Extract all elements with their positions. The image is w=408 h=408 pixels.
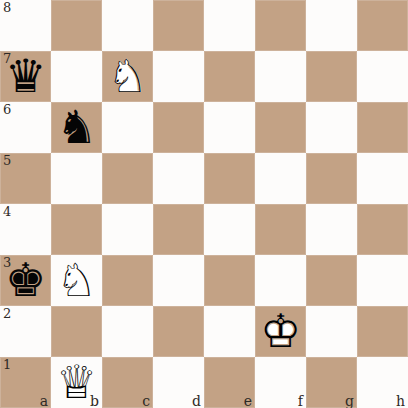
square-h3[interactable] — [357, 255, 408, 306]
black-knight-glyph: ♞ — [51, 102, 102, 153]
piece-black-king[interactable]: ♚ — [0, 255, 51, 306]
white-queen-glyph: ♕ — [51, 357, 102, 408]
square-g7[interactable] — [306, 51, 357, 102]
square-h2[interactable] — [357, 306, 408, 357]
square-e5[interactable] — [204, 153, 255, 204]
square-e8[interactable] — [204, 0, 255, 51]
square-a8[interactable]: 8 — [0, 0, 51, 51]
square-b3[interactable]: ♞♘ — [51, 255, 102, 306]
square-c6[interactable] — [102, 102, 153, 153]
square-f2[interactable]: ♚♔ — [255, 306, 306, 357]
square-f4[interactable] — [255, 204, 306, 255]
square-d7[interactable] — [153, 51, 204, 102]
piece-white-knight[interactable]: ♞♘ — [51, 255, 102, 306]
square-d3[interactable] — [153, 255, 204, 306]
white-knight-glyph: ♘ — [51, 255, 102, 306]
square-g5[interactable] — [306, 153, 357, 204]
square-a5[interactable]: 5 — [0, 153, 51, 204]
square-a6[interactable]: 6 — [0, 102, 51, 153]
piece-white-knight[interactable]: ♞♘ — [102, 51, 153, 102]
square-c4[interactable] — [102, 204, 153, 255]
square-h5[interactable] — [357, 153, 408, 204]
square-f1[interactable]: f — [255, 357, 306, 408]
rank-label-5: 5 — [3, 154, 11, 168]
square-d5[interactable] — [153, 153, 204, 204]
rank-label-2: 2 — [3, 307, 11, 321]
square-b4[interactable] — [51, 204, 102, 255]
file-label-h: h — [396, 394, 405, 408]
square-a1[interactable]: 1a — [0, 357, 51, 408]
square-g3[interactable] — [306, 255, 357, 306]
square-g4[interactable] — [306, 204, 357, 255]
square-d6[interactable] — [153, 102, 204, 153]
file-label-a: a — [40, 394, 48, 408]
square-e7[interactable] — [204, 51, 255, 102]
rank-label-8: 8 — [3, 1, 11, 15]
white-king-glyph: ♔ — [255, 306, 306, 357]
square-b8[interactable] — [51, 0, 102, 51]
piece-white-king[interactable]: ♚♔ — [255, 306, 306, 357]
square-b2[interactable] — [51, 306, 102, 357]
square-c5[interactable] — [102, 153, 153, 204]
square-h7[interactable] — [357, 51, 408, 102]
square-h4[interactable] — [357, 204, 408, 255]
square-a7[interactable]: 7♛ — [0, 51, 51, 102]
square-d8[interactable] — [153, 0, 204, 51]
square-d2[interactable] — [153, 306, 204, 357]
square-h1[interactable]: h — [357, 357, 408, 408]
file-label-g: g — [345, 394, 354, 408]
piece-black-queen[interactable]: ♛ — [0, 51, 51, 102]
square-b5[interactable] — [51, 153, 102, 204]
square-a4[interactable]: 4 — [0, 204, 51, 255]
square-f8[interactable] — [255, 0, 306, 51]
square-d4[interactable] — [153, 204, 204, 255]
square-d1[interactable]: d — [153, 357, 204, 408]
square-e4[interactable] — [204, 204, 255, 255]
square-g6[interactable] — [306, 102, 357, 153]
square-b1[interactable]: b♛♕ — [51, 357, 102, 408]
file-label-e: e — [244, 394, 252, 408]
black-queen-glyph: ♛ — [0, 51, 51, 102]
square-c8[interactable] — [102, 0, 153, 51]
file-label-c: c — [142, 394, 150, 408]
file-label-f: f — [298, 394, 303, 408]
square-a2[interactable]: 2 — [0, 306, 51, 357]
square-e3[interactable] — [204, 255, 255, 306]
white-knight-glyph: ♘ — [102, 51, 153, 102]
square-e1[interactable]: e — [204, 357, 255, 408]
square-a3[interactable]: 3♚ — [0, 255, 51, 306]
square-g1[interactable]: g — [306, 357, 357, 408]
file-label-d: d — [192, 394, 201, 408]
square-e2[interactable] — [204, 306, 255, 357]
square-e6[interactable] — [204, 102, 255, 153]
square-c2[interactable] — [102, 306, 153, 357]
square-h8[interactable] — [357, 0, 408, 51]
piece-black-knight[interactable]: ♞ — [51, 102, 102, 153]
square-f5[interactable] — [255, 153, 306, 204]
rank-label-6: 6 — [3, 103, 11, 117]
square-b7[interactable] — [51, 51, 102, 102]
square-f6[interactable] — [255, 102, 306, 153]
square-b6[interactable]: ♞ — [51, 102, 102, 153]
square-c1[interactable]: c — [102, 357, 153, 408]
rank-label-4: 4 — [3, 205, 11, 219]
square-g2[interactable] — [306, 306, 357, 357]
square-f3[interactable] — [255, 255, 306, 306]
square-c3[interactable] — [102, 255, 153, 306]
chess-board: 87♛♞♘6♞543♚♞♘2♚♔1ab♛♕cdefgh — [0, 0, 408, 408]
black-king-glyph: ♚ — [0, 255, 51, 306]
square-c7[interactable]: ♞♘ — [102, 51, 153, 102]
square-f7[interactable] — [255, 51, 306, 102]
square-g8[interactable] — [306, 0, 357, 51]
piece-white-queen[interactable]: ♛♕ — [51, 357, 102, 408]
square-h6[interactable] — [357, 102, 408, 153]
rank-label-1: 1 — [3, 358, 11, 372]
